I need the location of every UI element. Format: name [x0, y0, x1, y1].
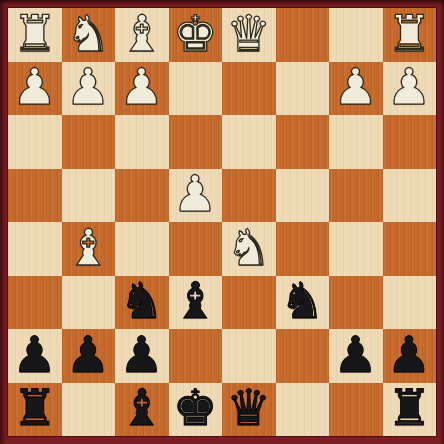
square-a2[interactable]: ♟	[383, 62, 437, 116]
black-pawn-piece: ♟	[12, 330, 57, 380]
square-g5[interactable]: ♝	[62, 222, 116, 276]
white-pawn-piece: ♟	[12, 62, 57, 112]
black-king-piece: ♚	[173, 383, 218, 433]
square-d8[interactable]: ♛	[222, 383, 276, 437]
square-h8[interactable]: ♜	[8, 383, 62, 437]
chess-board: ♜♞♝♚♛♜♟♟♟♟♟♟♝♞♞♝♞♟♟♟♟♟♜♝♚♛♜	[8, 8, 436, 436]
white-knight-piece: ♞	[66, 9, 111, 59]
white-queen-piece: ♛	[226, 9, 271, 59]
white-rook-piece: ♜	[12, 9, 57, 59]
square-c7[interactable]	[276, 329, 330, 383]
square-c4[interactable]	[276, 169, 330, 223]
square-b2[interactable]: ♟	[329, 62, 383, 116]
black-rook-piece: ♜	[12, 383, 57, 433]
square-f6[interactable]: ♞	[115, 276, 169, 330]
square-h6[interactable]	[8, 276, 62, 330]
black-pawn-piece: ♟	[66, 330, 111, 380]
square-c6[interactable]: ♞	[276, 276, 330, 330]
white-king-piece: ♚	[173, 9, 218, 59]
square-f8[interactable]: ♝	[115, 383, 169, 437]
square-d2[interactable]	[222, 62, 276, 116]
square-d6[interactable]	[222, 276, 276, 330]
square-b7[interactable]: ♟	[329, 329, 383, 383]
black-pawn-piece: ♟	[387, 330, 432, 380]
black-pawn-piece: ♟	[333, 330, 378, 380]
square-f5[interactable]	[115, 222, 169, 276]
square-h1[interactable]: ♜	[8, 8, 62, 62]
white-knight-piece: ♞	[226, 223, 271, 273]
black-bishop-piece: ♝	[119, 383, 164, 433]
square-f4[interactable]	[115, 169, 169, 223]
white-bishop-piece: ♝	[119, 9, 164, 59]
square-b4[interactable]	[329, 169, 383, 223]
black-queen-piece: ♛	[226, 383, 271, 433]
square-g6[interactable]	[62, 276, 116, 330]
square-e5[interactable]	[169, 222, 223, 276]
white-pawn-piece: ♟	[119, 62, 164, 112]
square-e3[interactable]	[169, 115, 223, 169]
square-d7[interactable]	[222, 329, 276, 383]
square-g8[interactable]	[62, 383, 116, 437]
board-frame: ♜♞♝♚♛♜♟♟♟♟♟♟♝♞♞♝♞♟♟♟♟♟♜♝♚♛♜	[0, 0, 444, 444]
square-e7[interactable]	[169, 329, 223, 383]
white-rook-piece: ♜	[387, 9, 432, 59]
square-b8[interactable]	[329, 383, 383, 437]
black-rook-piece: ♜	[387, 383, 432, 433]
white-pawn-piece: ♟	[387, 62, 432, 112]
square-e2[interactable]	[169, 62, 223, 116]
square-e1[interactable]: ♚	[169, 8, 223, 62]
square-a6[interactable]	[383, 276, 437, 330]
square-d3[interactable]	[222, 115, 276, 169]
square-d1[interactable]: ♛	[222, 8, 276, 62]
square-f2[interactable]: ♟	[115, 62, 169, 116]
square-h4[interactable]	[8, 169, 62, 223]
white-pawn-piece: ♟	[66, 62, 111, 112]
square-a5[interactable]	[383, 222, 437, 276]
square-f7[interactable]: ♟	[115, 329, 169, 383]
square-f1[interactable]: ♝	[115, 8, 169, 62]
square-c3[interactable]	[276, 115, 330, 169]
white-pawn-piece: ♟	[173, 169, 218, 219]
square-f3[interactable]	[115, 115, 169, 169]
square-e4[interactable]: ♟	[169, 169, 223, 223]
square-c5[interactable]	[276, 222, 330, 276]
square-c8[interactable]	[276, 383, 330, 437]
square-e8[interactable]: ♚	[169, 383, 223, 437]
square-c2[interactable]	[276, 62, 330, 116]
black-bishop-piece: ♝	[173, 276, 218, 326]
square-a7[interactable]: ♟	[383, 329, 437, 383]
square-b1[interactable]	[329, 8, 383, 62]
square-b5[interactable]	[329, 222, 383, 276]
white-pawn-piece: ♟	[333, 62, 378, 112]
square-d4[interactable]	[222, 169, 276, 223]
square-c1[interactable]	[276, 8, 330, 62]
square-b3[interactable]	[329, 115, 383, 169]
square-g4[interactable]	[62, 169, 116, 223]
black-pawn-piece: ♟	[119, 330, 164, 380]
square-d5[interactable]: ♞	[222, 222, 276, 276]
square-a1[interactable]: ♜	[383, 8, 437, 62]
square-g7[interactable]: ♟	[62, 329, 116, 383]
square-h3[interactable]	[8, 115, 62, 169]
square-h2[interactable]: ♟	[8, 62, 62, 116]
square-a8[interactable]: ♜	[383, 383, 437, 437]
square-b6[interactable]	[329, 276, 383, 330]
black-knight-piece: ♞	[119, 276, 164, 326]
square-h7[interactable]: ♟	[8, 329, 62, 383]
square-g2[interactable]: ♟	[62, 62, 116, 116]
black-knight-piece: ♞	[280, 276, 325, 326]
square-e6[interactable]: ♝	[169, 276, 223, 330]
white-bishop-piece: ♝	[66, 223, 111, 273]
square-g3[interactable]	[62, 115, 116, 169]
square-a4[interactable]	[383, 169, 437, 223]
square-a3[interactable]	[383, 115, 437, 169]
square-h5[interactable]	[8, 222, 62, 276]
square-g1[interactable]: ♞	[62, 8, 116, 62]
